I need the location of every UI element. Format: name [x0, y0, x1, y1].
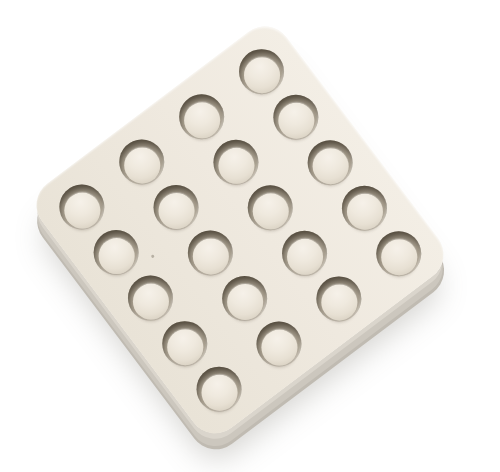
pit-dome: [132, 283, 168, 319]
pit-dome: [321, 284, 357, 320]
pit-dome: [98, 237, 134, 273]
pit-dome: [380, 238, 416, 274]
board-pit[interactable]: [59, 184, 104, 229]
pit-dome: [346, 193, 382, 229]
pit-dome: [166, 328, 202, 364]
pit-dome: [278, 102, 314, 138]
board-pit[interactable]: [188, 230, 233, 275]
board-pit[interactable]: [247, 185, 292, 230]
pit-dome: [201, 374, 237, 410]
pit-dome: [183, 102, 219, 138]
pit-dome: [64, 192, 100, 228]
board-pit[interactable]: [239, 49, 284, 94]
board-pit[interactable]: [196, 366, 241, 411]
game-board: [26, 16, 455, 445]
pit-dome: [192, 238, 228, 274]
board-pit[interactable]: [273, 94, 318, 139]
pit-dome: [252, 193, 288, 229]
board-pit[interactable]: [342, 185, 387, 230]
board-pit[interactable]: [128, 275, 173, 320]
board-pit[interactable]: [307, 140, 352, 185]
board-pit[interactable]: [93, 230, 138, 275]
pit-dome: [158, 192, 194, 228]
board-pit[interactable]: [213, 139, 258, 184]
board-pit[interactable]: [282, 230, 327, 275]
pit-dome: [123, 147, 159, 183]
pit-dome: [243, 56, 279, 92]
pit-dome: [261, 329, 297, 365]
pit-grid: [34, 26, 445, 434]
board-pit[interactable]: [153, 185, 198, 230]
pit-dome: [286, 238, 322, 274]
board-pit[interactable]: [376, 231, 421, 276]
board-pit[interactable]: [222, 276, 267, 321]
board-pit[interactable]: [256, 321, 301, 366]
board-pit[interactable]: [316, 276, 361, 321]
board-pit[interactable]: [119, 139, 164, 184]
pit-dome: [218, 147, 254, 183]
pit-dome: [226, 283, 262, 319]
pit-dome: [312, 147, 348, 183]
board-pit[interactable]: [162, 321, 207, 366]
board-pit[interactable]: [179, 94, 224, 139]
product-photo-stage: [0, 0, 500, 472]
